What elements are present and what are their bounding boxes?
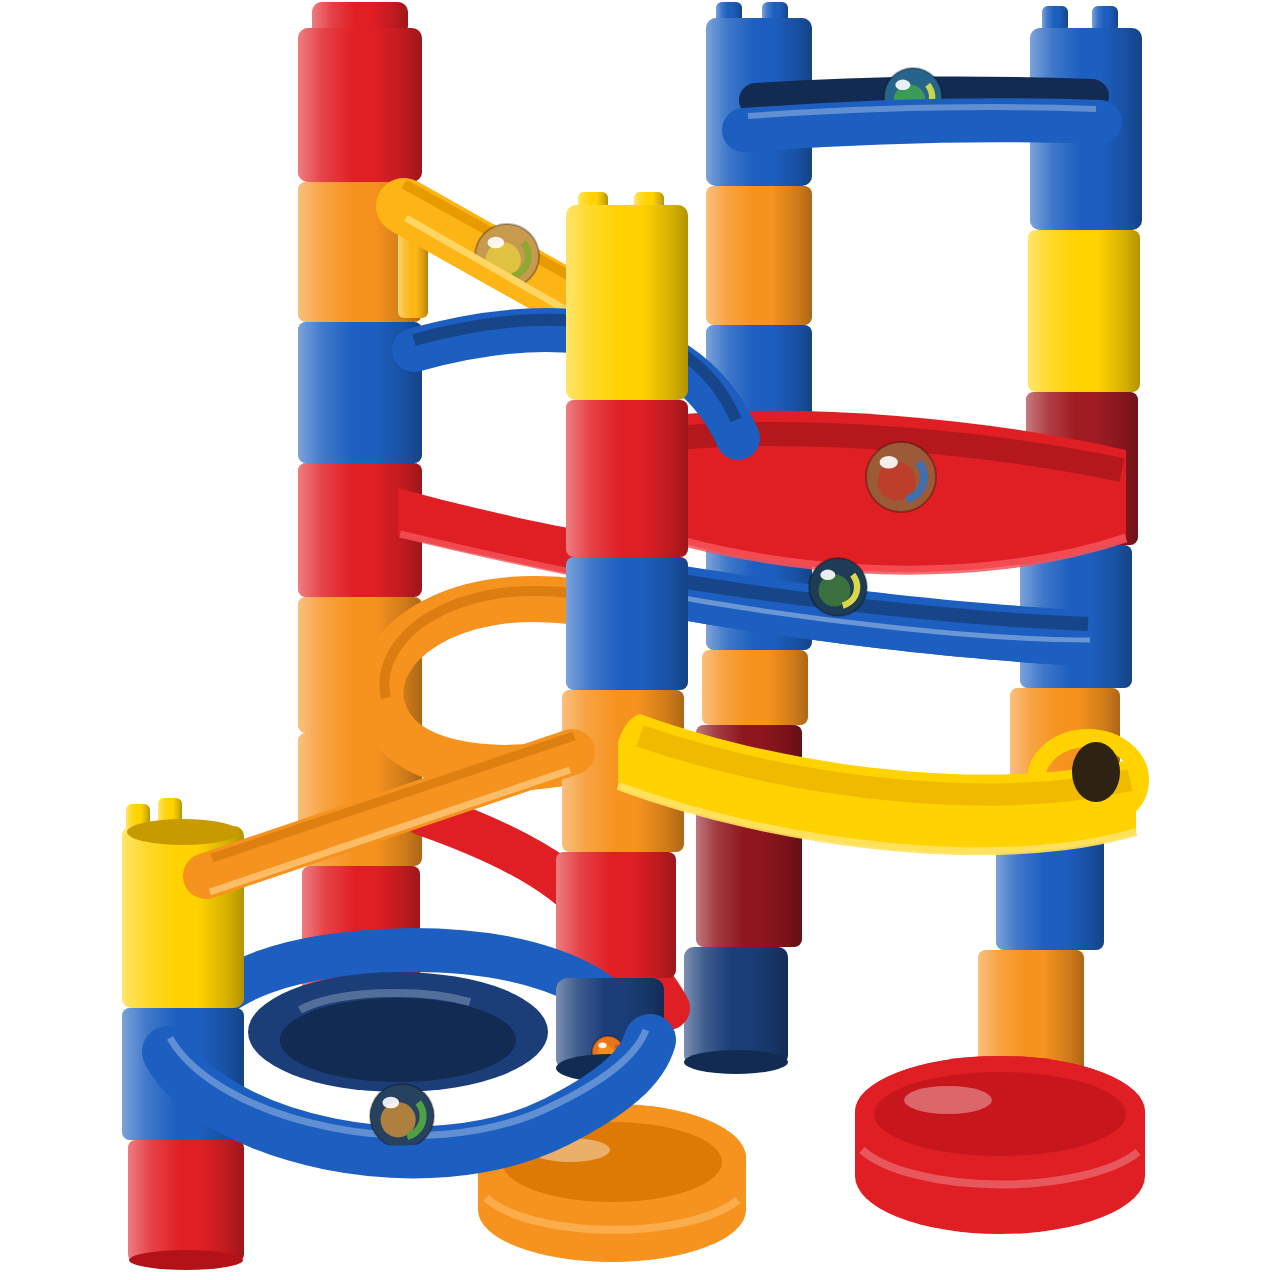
front-middle-tower: [556, 192, 688, 978]
marble-run-photo: A colourful plastic marble run toy built…: [0, 0, 1280, 1280]
marble-red-ramp: [866, 442, 936, 512]
marble-spiral: [370, 1084, 434, 1148]
marble-run-scene: [0, 0, 1280, 1280]
red-catch-bowl: [855, 1056, 1145, 1234]
marble-blue-channel: [809, 558, 867, 616]
